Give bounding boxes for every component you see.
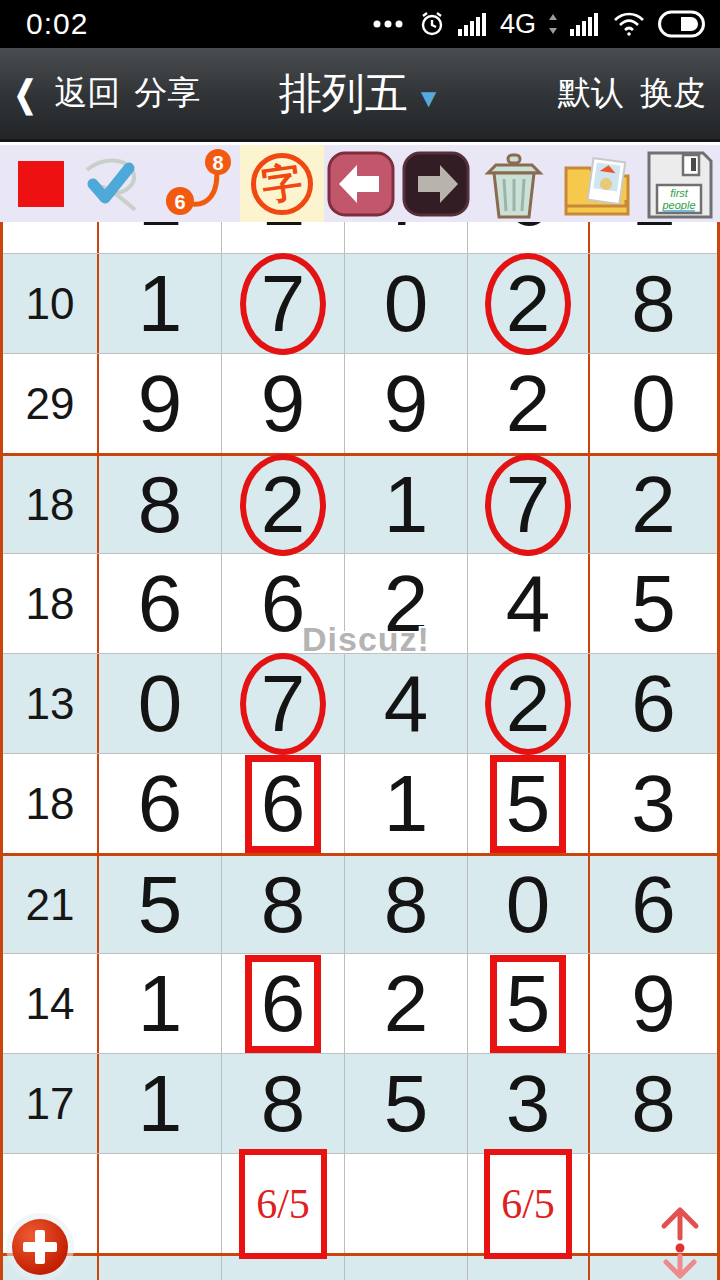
digit-cell: 6/5 — [468, 1154, 590, 1253]
more-dots-icon — [372, 19, 406, 29]
digit-cell: 3 — [468, 1054, 590, 1153]
arrow-right-icon[interactable] — [399, 145, 472, 222]
nav-bar: ❮ 返回 分享 排列五 ▼ 默认 换皮 — [0, 48, 720, 142]
watermark: Discuz! — [302, 620, 430, 659]
digit: 6 — [631, 658, 676, 750]
signal-bars-icon — [458, 12, 488, 36]
digit-cell: 9 — [99, 354, 222, 453]
digit-cell: 0 — [345, 254, 468, 353]
digit: 2 — [384, 958, 429, 1050]
digit-cell: 6 — [222, 954, 345, 1053]
digit-cell: 1 — [99, 1054, 222, 1153]
ratio-box: 6/5 — [484, 1149, 572, 1259]
floppy-label-1: first — [670, 187, 689, 199]
digit-cell: 8 — [345, 856, 468, 953]
photo-folder-icon[interactable] — [555, 145, 638, 222]
trash-icon[interactable] — [472, 145, 555, 222]
digit-cell — [99, 1154, 222, 1253]
badge-8: 8 — [212, 152, 223, 174]
digit: 0 — [138, 658, 183, 750]
digit: 7 — [261, 658, 306, 750]
zi-stamp-icon-selected[interactable]: 字 — [240, 145, 323, 222]
clock-time: 0:02 — [26, 7, 88, 41]
digit-cell: 5 — [468, 954, 590, 1053]
digit-cell: 2 — [222, 456, 345, 553]
alarm-clock-icon — [418, 10, 446, 38]
add-annotation-button[interactable] — [12, 1219, 68, 1275]
digit: 9 — [261, 358, 306, 450]
digit-cell: 2 — [345, 954, 468, 1053]
data-arrows-icon — [548, 14, 558, 34]
trend-table: 1176110170282999920188217218662451307426… — [0, 222, 720, 1280]
chart-row: 6/56/5 — [3, 1153, 717, 1253]
digit-cell: 6 — [99, 554, 222, 653]
digit: 6 — [261, 558, 306, 650]
chart-row: 1017028 — [3, 253, 717, 353]
digit: 6 — [138, 558, 183, 650]
digit: 7 — [506, 459, 551, 551]
period-label: 18 — [26, 779, 75, 829]
digit-cell: 5 — [99, 856, 222, 953]
digit-cell: 1 — [99, 254, 222, 353]
digit-cell: 7 — [222, 654, 345, 753]
digit: 6 — [261, 758, 306, 850]
wifi-icon — [612, 11, 646, 37]
digit-cell: 1 — [99, 222, 222, 253]
digit: 1 — [384, 758, 429, 850]
digit: 5 — [384, 1058, 429, 1150]
digit: 7 — [384, 222, 429, 244]
digit: 9 — [384, 358, 429, 450]
digit-cell: 8 — [590, 1054, 717, 1153]
chart-row — [3, 1253, 717, 1280]
floppy-save-icon[interactable]: first people — [639, 145, 720, 222]
period-label-cell: 21 — [3, 856, 99, 953]
digit-cell: 9 — [590, 954, 717, 1053]
chart-row: 2999920 — [3, 353, 717, 453]
digit: 6 — [261, 958, 306, 1050]
digit-cell: 9 — [222, 354, 345, 453]
digit-cell: 7 — [468, 456, 590, 553]
digit: 2 — [506, 258, 551, 350]
digit-cell: 8 — [99, 456, 222, 553]
digit: 6 — [631, 859, 676, 951]
arrow-left-icon[interactable] — [324, 145, 399, 222]
chart-row: 2158806 — [3, 853, 717, 953]
digit: 9 — [631, 958, 676, 1050]
digit-cell: 5 — [345, 1054, 468, 1153]
digit: 8 — [261, 1058, 306, 1150]
digit-cell — [468, 1256, 590, 1280]
digit: 3 — [506, 1058, 551, 1150]
digit: 2 — [506, 658, 551, 750]
digit-cell: 6 — [99, 754, 222, 853]
digit-cell: 1 — [222, 222, 345, 253]
skin-default-button[interactable]: 默认 — [558, 71, 624, 116]
drawing-toolbar: 6 8 字 — [0, 145, 720, 222]
digit: 1 — [138, 1058, 183, 1150]
digit-cell: 6 — [590, 856, 717, 953]
digit: 8 — [384, 859, 429, 951]
period-label-cell: 18 — [3, 456, 99, 553]
digit-cell — [345, 1256, 468, 1280]
red-square-marker-icon[interactable] — [0, 145, 64, 222]
digit-cell: 4 — [345, 654, 468, 753]
digit-cell: 1 — [99, 954, 222, 1053]
digit: 5 — [506, 958, 551, 1050]
signal-bars2-icon — [570, 12, 600, 36]
digit-cell — [345, 1154, 468, 1253]
digit: 0 — [384, 258, 429, 350]
digit: 2 — [631, 459, 676, 551]
period-label: 29 — [26, 379, 75, 429]
digit-cell: 8 — [222, 1054, 345, 1153]
digit-cell: 2 — [590, 456, 717, 553]
digit: 0 — [631, 358, 676, 450]
digit: 9 — [138, 358, 183, 450]
digit: 4 — [384, 658, 429, 750]
digit: 1 — [631, 222, 676, 244]
period-label: 13 — [26, 679, 75, 729]
digit: 2 — [506, 358, 551, 450]
digit-cell: 0 — [468, 856, 590, 953]
digit-cell: 1 — [590, 222, 717, 253]
digit-cell: 6/5 — [222, 1154, 345, 1253]
period-label: 10 — [26, 279, 75, 329]
chart-row: 1307426 — [3, 653, 717, 753]
chart-row: 11761 — [3, 222, 717, 253]
digit-cell: 6 — [468, 222, 590, 253]
chart-row: 1882172 — [3, 453, 717, 553]
status-icons: 4G — [372, 9, 706, 40]
period-label: 17 — [26, 1079, 75, 1129]
back-chevron-icon[interactable]: ❮ — [14, 73, 37, 115]
chart-row: 1866153 — [3, 753, 717, 853]
chart-row: 1718538 — [3, 1053, 717, 1153]
digit-cell: 7 — [345, 222, 468, 253]
chart-row: 1416259 — [3, 953, 717, 1053]
period-label-cell: 18 — [3, 754, 99, 853]
period-label: 18 — [26, 480, 75, 530]
digit: 1 — [384, 459, 429, 551]
digit-cell: 0 — [99, 654, 222, 753]
digit-cell: 1 — [345, 456, 468, 553]
badge-6: 6 — [174, 191, 185, 213]
digit-cell: 6 — [222, 754, 345, 853]
digit-cell: 5 — [468, 754, 590, 853]
digit: 1 — [261, 222, 306, 244]
digit: 6 — [506, 222, 551, 244]
digit-cell: 2 — [468, 254, 590, 353]
period-label-cell: 13 — [3, 654, 99, 753]
digit-cell: 8 — [590, 254, 717, 353]
network-type-label: 4G — [500, 9, 536, 40]
title-dropdown-caret-icon[interactable]: ▼ — [416, 83, 442, 114]
scroll-updown-indicator[interactable] — [654, 1198, 706, 1280]
period-label: 18 — [26, 579, 75, 629]
status-bar: 0:02 4G — [0, 0, 720, 48]
digit: 5 — [138, 859, 183, 951]
digit-cell: 4 — [468, 554, 590, 653]
floppy-label-2: people — [662, 199, 696, 211]
battery-icon — [658, 10, 706, 38]
digit-cell — [222, 1256, 345, 1280]
digit-cell: 3 — [590, 754, 717, 853]
back-button[interactable]: 返回 — [54, 71, 120, 116]
digit: 2 — [261, 459, 306, 551]
digit: 1 — [138, 958, 183, 1050]
digit: 1 — [138, 222, 183, 244]
period-label-cell: 10 — [3, 254, 99, 353]
digit-cell: 9 — [345, 354, 468, 453]
zi-char: 字 — [258, 153, 305, 213]
digit: 8 — [261, 859, 306, 951]
digit: 7 — [261, 258, 306, 350]
check-pen-icon[interactable] — [64, 145, 159, 222]
digit-cell: 7 — [222, 254, 345, 353]
page-title[interactable]: 排列五 — [279, 65, 408, 123]
digit: 0 — [506, 859, 551, 951]
period-label-cell: 14 — [3, 954, 99, 1053]
period-label: 14 — [26, 979, 75, 1029]
digit: 8 — [631, 258, 676, 350]
share-button[interactable]: 分享 — [134, 71, 200, 116]
digit-cell: 2 — [468, 654, 590, 753]
period-label-cell: 29 — [3, 354, 99, 453]
skin-change-button[interactable]: 换皮 — [640, 71, 706, 116]
app-screen: 0:02 4G — [0, 0, 720, 1280]
digit: 5 — [506, 758, 551, 850]
route-6-8-icon[interactable]: 6 8 — [159, 145, 240, 222]
digit-cell: 8 — [222, 856, 345, 953]
digit-cell: 2 — [468, 354, 590, 453]
digit-cell: 0 — [590, 354, 717, 453]
digit-cell: 5 — [590, 554, 717, 653]
digit: 4 — [506, 558, 551, 650]
digit: 1 — [138, 258, 183, 350]
digit: 6 — [138, 758, 183, 850]
period-label-cell — [3, 222, 99, 253]
digit: 5 — [631, 558, 676, 650]
digit: 8 — [631, 1058, 676, 1150]
ratio-box: 6/5 — [239, 1149, 327, 1259]
digit-cell — [99, 1256, 222, 1280]
digit-cell: 6 — [590, 654, 717, 753]
digit: 8 — [138, 459, 183, 551]
period-label-cell: 18 — [3, 554, 99, 653]
period-label-cell: 17 — [3, 1054, 99, 1153]
digit: 3 — [631, 758, 676, 850]
period-label: 21 — [26, 880, 75, 930]
digit-cell: 1 — [345, 754, 468, 853]
